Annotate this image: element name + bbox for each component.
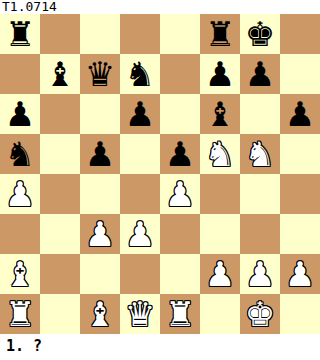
puzzle-id-label: T1.0714 — [2, 0, 57, 14]
square-f5[interactable]: ♞ — [200, 134, 240, 174]
piece-black-pawn[interactable]: ♟ — [5, 94, 35, 134]
square-f1[interactable] — [200, 294, 240, 334]
piece-black-pawn[interactable]: ♟ — [285, 94, 315, 134]
square-a8[interactable]: ♜ — [0, 14, 40, 54]
move-prompt-label: 1. ? — [6, 334, 42, 360]
square-h1[interactable] — [280, 294, 320, 334]
square-f4[interactable] — [200, 174, 240, 214]
square-g5[interactable]: ♞ — [240, 134, 280, 174]
square-g7[interactable]: ♟ — [240, 54, 280, 94]
piece-black-king[interactable]: ♚ — [245, 14, 275, 54]
piece-black-rook[interactable]: ♜ — [5, 14, 35, 54]
square-b6[interactable] — [40, 94, 80, 134]
square-c3[interactable]: ♟ — [80, 214, 120, 254]
square-a5[interactable]: ♞ — [0, 134, 40, 174]
piece-black-pawn[interactable]: ♟ — [205, 54, 235, 94]
square-a2[interactable]: ♝ — [0, 254, 40, 294]
piece-white-rook[interactable]: ♜ — [165, 294, 195, 334]
square-a6[interactable]: ♟ — [0, 94, 40, 134]
square-d7[interactable]: ♞ — [120, 54, 160, 94]
square-d5[interactable] — [120, 134, 160, 174]
piece-white-pawn[interactable]: ♟ — [205, 254, 235, 294]
square-c2[interactable] — [80, 254, 120, 294]
piece-black-queen[interactable]: ♛ — [85, 54, 115, 94]
piece-white-rook[interactable]: ♜ — [5, 294, 35, 334]
square-c5[interactable]: ♟ — [80, 134, 120, 174]
square-d1[interactable]: ♛ — [120, 294, 160, 334]
square-g1[interactable]: ♚ — [240, 294, 280, 334]
square-c4[interactable] — [80, 174, 120, 214]
square-f2[interactable]: ♟ — [200, 254, 240, 294]
square-h5[interactable] — [280, 134, 320, 174]
square-d8[interactable] — [120, 14, 160, 54]
square-b5[interactable] — [40, 134, 80, 174]
square-b8[interactable] — [40, 14, 80, 54]
square-d2[interactable] — [120, 254, 160, 294]
piece-black-pawn[interactable]: ♟ — [245, 54, 275, 94]
square-a7[interactable] — [0, 54, 40, 94]
piece-black-knight[interactable]: ♞ — [125, 54, 155, 94]
square-e5[interactable]: ♟ — [160, 134, 200, 174]
piece-black-pawn[interactable]: ♟ — [165, 134, 195, 174]
piece-black-pawn[interactable]: ♟ — [125, 94, 155, 134]
square-e4[interactable]: ♟ — [160, 174, 200, 214]
square-e1[interactable]: ♜ — [160, 294, 200, 334]
square-e8[interactable] — [160, 14, 200, 54]
piece-white-pawn[interactable]: ♟ — [85, 214, 115, 254]
piece-white-bishop[interactable]: ♝ — [85, 294, 115, 334]
square-f6[interactable]: ♝ — [200, 94, 240, 134]
square-d6[interactable]: ♟ — [120, 94, 160, 134]
square-c1[interactable]: ♝ — [80, 294, 120, 334]
square-b3[interactable] — [40, 214, 80, 254]
square-b7[interactable]: ♝ — [40, 54, 80, 94]
piece-black-knight[interactable]: ♞ — [5, 134, 35, 174]
square-f8[interactable]: ♜ — [200, 14, 240, 54]
piece-white-knight[interactable]: ♞ — [205, 134, 235, 174]
square-a4[interactable]: ♟ — [0, 174, 40, 214]
square-h8[interactable] — [280, 14, 320, 54]
square-h4[interactable] — [280, 174, 320, 214]
square-g4[interactable] — [240, 174, 280, 214]
square-b4[interactable] — [40, 174, 80, 214]
square-h6[interactable]: ♟ — [280, 94, 320, 134]
square-f7[interactable]: ♟ — [200, 54, 240, 94]
square-c7[interactable]: ♛ — [80, 54, 120, 94]
square-h2[interactable]: ♟ — [280, 254, 320, 294]
piece-white-pawn[interactable]: ♟ — [245, 254, 275, 294]
square-a3[interactable] — [0, 214, 40, 254]
square-g8[interactable]: ♚ — [240, 14, 280, 54]
piece-white-pawn[interactable]: ♟ — [5, 174, 35, 214]
square-e2[interactable] — [160, 254, 200, 294]
piece-white-pawn[interactable]: ♟ — [165, 174, 195, 214]
square-b1[interactable] — [40, 294, 80, 334]
square-d4[interactable] — [120, 174, 160, 214]
square-g6[interactable] — [240, 94, 280, 134]
square-f3[interactable] — [200, 214, 240, 254]
piece-white-king[interactable]: ♚ — [245, 294, 275, 334]
piece-black-rook[interactable]: ♜ — [205, 14, 235, 54]
square-h7[interactable] — [280, 54, 320, 94]
square-e6[interactable] — [160, 94, 200, 134]
square-a1[interactable]: ♜ — [0, 294, 40, 334]
square-c6[interactable] — [80, 94, 120, 134]
piece-black-pawn[interactable]: ♟ — [85, 134, 115, 174]
piece-black-bishop[interactable]: ♝ — [205, 94, 235, 134]
piece-black-bishop[interactable]: ♝ — [45, 54, 75, 94]
square-d3[interactable]: ♟ — [120, 214, 160, 254]
chess-board: ♜♜♚♝♛♞♟♟♟♟♝♟♞♟♟♞♞♟♟♟♟♝♟♟♟♜♝♛♜♚ — [0, 14, 320, 334]
piece-white-pawn[interactable]: ♟ — [285, 254, 315, 294]
square-e3[interactable] — [160, 214, 200, 254]
piece-white-bishop[interactable]: ♝ — [5, 254, 35, 294]
piece-white-queen[interactable]: ♛ — [125, 294, 155, 334]
square-e7[interactable] — [160, 54, 200, 94]
square-b2[interactable] — [40, 254, 80, 294]
square-g2[interactable]: ♟ — [240, 254, 280, 294]
square-c8[interactable] — [80, 14, 120, 54]
piece-white-pawn[interactable]: ♟ — [125, 214, 155, 254]
square-h3[interactable] — [280, 214, 320, 254]
square-g3[interactable] — [240, 214, 280, 254]
piece-white-knight[interactable]: ♞ — [245, 134, 275, 174]
